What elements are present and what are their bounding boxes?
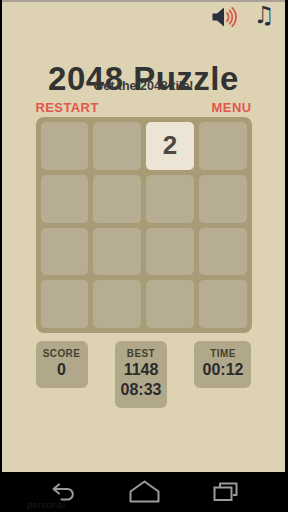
time-value: 00:12 [200, 360, 245, 380]
best-label: BEST [121, 347, 162, 360]
empty-cell [93, 280, 141, 328]
watermark-text: personal [27, 500, 66, 510]
restart-button[interactable]: RESTART [36, 100, 99, 115]
subtitle: Get the 2048 tile! [2, 79, 285, 93]
stats-row: SCORE 0 BEST 1148 08:33 TIME 00:12 [36, 341, 252, 408]
toolbar: RESTART MENU [36, 100, 252, 115]
score-label: SCORE [42, 347, 82, 360]
empty-cell [199, 175, 247, 223]
empty-cell [41, 228, 89, 276]
speaker-waves-icon [211, 5, 241, 29]
tile-2: 2 [146, 122, 194, 170]
best-panel: BEST 1148 08:33 [115, 341, 168, 408]
empty-cell [199, 228, 247, 276]
music-toggle-button[interactable]: ♫ [251, 1, 277, 29]
app-background: ♫ 2048 Puzzle Get the 2048 tile! RESTART… [2, 0, 285, 472]
home-icon [129, 480, 160, 503]
empty-cell [93, 228, 141, 276]
board-grid[interactable]: 2 [36, 117, 252, 333]
android-navigation-bar: personal [0, 472, 288, 512]
back-button[interactable] [51, 483, 78, 501]
empty-cell [199, 122, 247, 170]
time-label: TIME [200, 347, 245, 360]
empty-cell [146, 228, 194, 276]
music-note-icon: ♫ [253, 1, 275, 29]
score-panel: SCORE 0 [36, 341, 88, 388]
empty-cell [199, 280, 247, 328]
empty-cell [93, 122, 141, 170]
empty-cell [41, 122, 89, 170]
score-value: 0 [42, 360, 82, 380]
recents-button[interactable] [213, 482, 238, 502]
empty-cell [146, 280, 194, 328]
home-button[interactable] [129, 480, 160, 503]
empty-cell [41, 175, 89, 223]
empty-cell [146, 175, 194, 223]
menu-button[interactable]: MENU [212, 100, 252, 115]
empty-cell [93, 175, 141, 223]
phone-screen: ♫ 2048 Puzzle Get the 2048 tile! RESTART… [0, 0, 288, 512]
time-panel: TIME 00:12 [194, 341, 251, 388]
back-icon [51, 483, 78, 501]
best-time-value: 08:33 [121, 380, 162, 400]
recents-icon [213, 482, 238, 502]
best-score-value: 1148 [121, 360, 162, 380]
top-divider [2, 0, 285, 2]
sound-toggle-button[interactable] [211, 5, 241, 29]
empty-cell [41, 280, 89, 328]
